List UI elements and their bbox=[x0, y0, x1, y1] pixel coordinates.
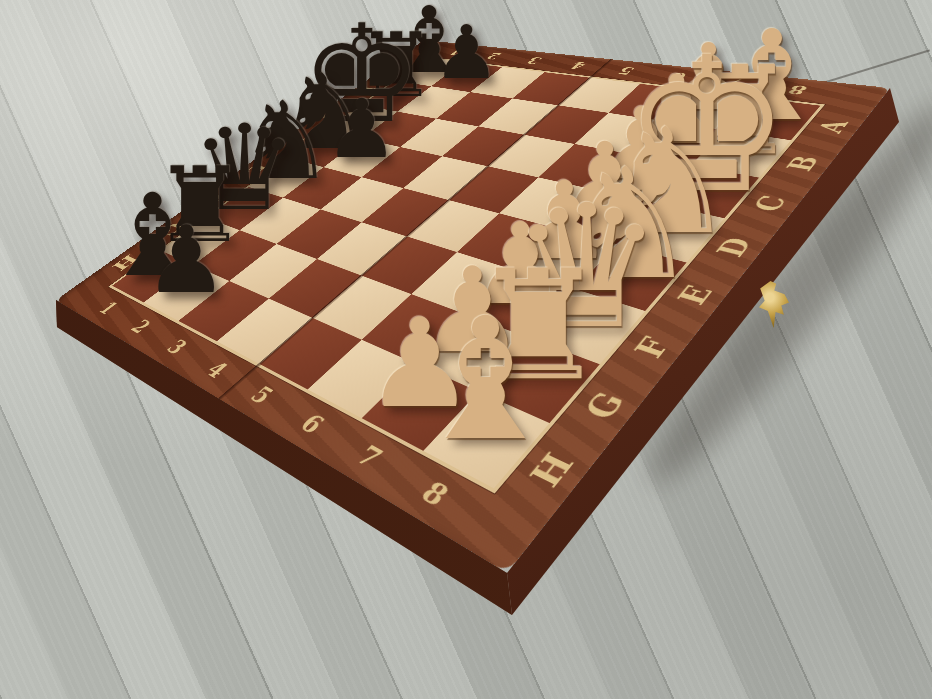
sw-rank-label: 7 bbox=[338, 433, 401, 483]
ne-rank-label: 4 bbox=[559, 57, 598, 73]
photo-of-folding-chess-set: { "game": "chess", "scene": "Overhead-an… bbox=[0, 0, 932, 699]
sw-rank-label: 2 bbox=[118, 311, 163, 342]
sw-rank-label: 5 bbox=[234, 376, 289, 417]
sw-rank-label: 6 bbox=[283, 402, 341, 447]
sw-rank-label: 3 bbox=[153, 331, 201, 365]
ne-rank-label: 3 bbox=[516, 53, 554, 68]
black-pawn-h2[interactable]: ♟ bbox=[145, 214, 228, 307]
white-bishop-h8[interactable]: ♝ bbox=[410, 295, 562, 464]
black-pawn-d2[interactable]: ♟ bbox=[325, 89, 398, 170]
black-pawn-a2[interactable]: ♟ bbox=[433, 14, 499, 88]
